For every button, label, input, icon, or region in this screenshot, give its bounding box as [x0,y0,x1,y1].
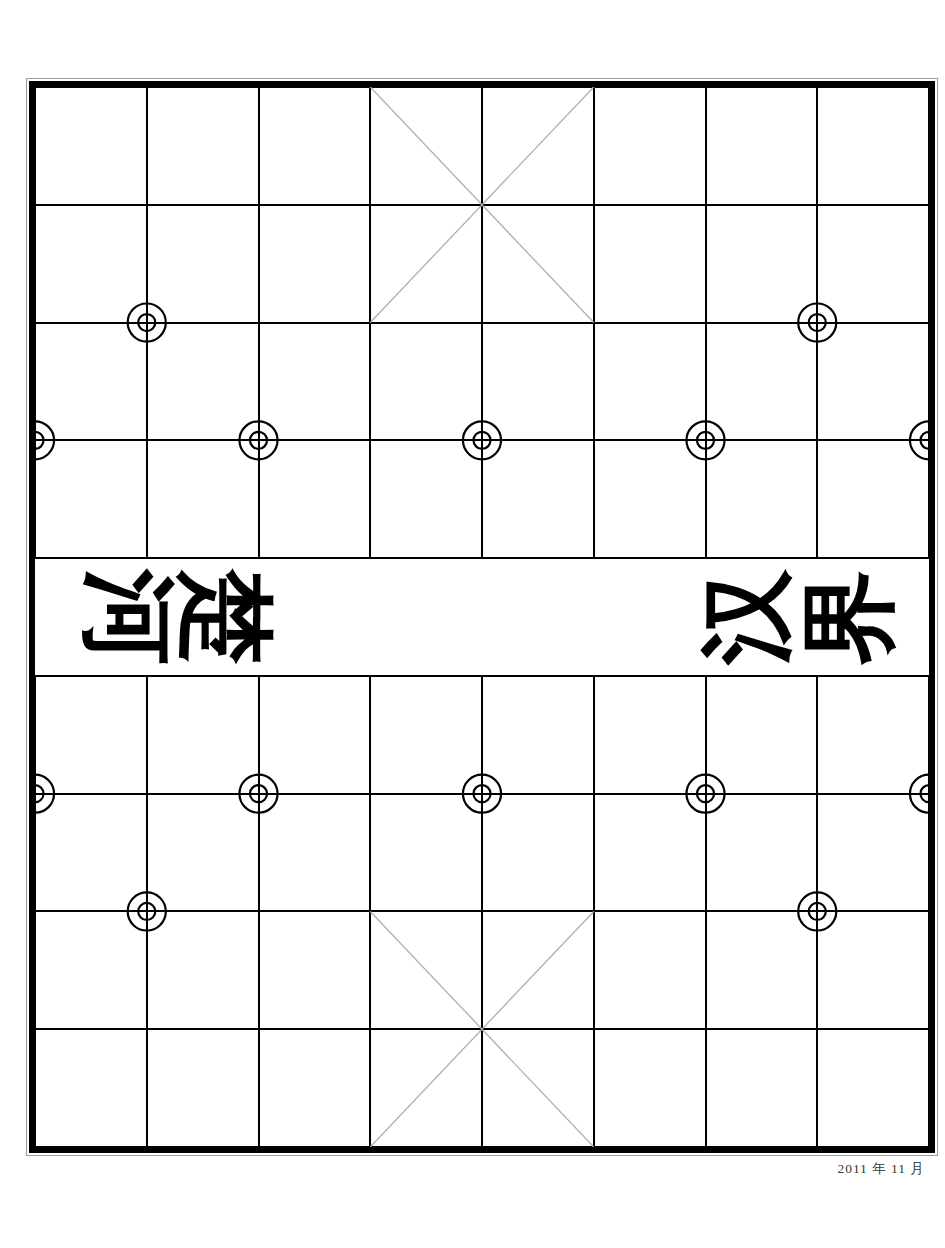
point-f5-r4[interactable] [463,421,501,459]
point-f9-r7[interactable] [910,775,945,813]
point-f7-r1[interactable] [687,68,725,106]
point-f3-r4[interactable] [240,421,278,459]
point-f8-r9[interactable] [798,1010,836,1048]
point-f4-r10[interactable] [351,1128,389,1166]
point-f6-r7[interactable] [575,775,613,813]
point-f5-r6[interactable] [463,657,501,695]
point-f2-r9[interactable] [128,1010,166,1048]
point-f6-r8[interactable] [575,892,613,930]
points-layer [35,87,929,1147]
point-f8-r8[interactable] [798,892,836,930]
point-f1-r1[interactable] [16,68,54,106]
point-f3-r5[interactable] [240,539,278,577]
point-f1-r10[interactable] [16,1128,54,1166]
point-f5-r7[interactable] [463,775,501,813]
point-f6-r6[interactable] [575,657,613,695]
point-f9-r3[interactable] [910,304,945,342]
point-f2-r1[interactable] [128,68,166,106]
point-f1-r7[interactable] [16,775,54,813]
point-f7-r6[interactable] [687,657,725,695]
point-f8-r10[interactable] [798,1128,836,1166]
point-f9-r8[interactable] [910,892,945,930]
point-f6-r1[interactable] [575,68,613,106]
point-f4-r7[interactable] [351,775,389,813]
point-f6-r9[interactable] [575,1010,613,1048]
point-f9-r1[interactable] [910,68,945,106]
point-f3-r9[interactable] [240,1010,278,1048]
point-f4-r6[interactable] [351,657,389,695]
point-f3-r3[interactable] [240,304,278,342]
point-f1-r5[interactable] [16,539,54,577]
point-f5-r3[interactable] [463,304,501,342]
point-f5-r8[interactable] [463,892,501,930]
point-f7-r4[interactable] [687,421,725,459]
point-f1-r4[interactable] [16,421,54,459]
point-f7-r3[interactable] [687,304,725,342]
point-f5-r2[interactable] [463,186,501,224]
point-f8-r2[interactable] [798,186,836,224]
point-f4-r5[interactable] [351,539,389,577]
point-f2-r4[interactable] [128,421,166,459]
point-f4-r8[interactable] [351,892,389,930]
point-f5-r10[interactable] [463,1128,501,1166]
point-f8-r1[interactable] [798,68,836,106]
point-f3-r10[interactable] [240,1128,278,1166]
date-caption: 2011 年 11 月 [837,1160,925,1178]
point-f3-r2[interactable] [240,186,278,224]
point-f4-r2[interactable] [351,186,389,224]
point-f1-r3[interactable] [16,304,54,342]
point-f3-r1[interactable] [240,68,278,106]
point-f6-r2[interactable] [575,186,613,224]
point-f9-r9[interactable] [910,1010,945,1048]
point-f6-r10[interactable] [575,1128,613,1166]
point-f2-r2[interactable] [128,186,166,224]
point-f5-r5[interactable] [463,539,501,577]
point-f5-r9[interactable] [463,1010,501,1048]
point-f6-r3[interactable] [575,304,613,342]
point-f8-r5[interactable] [798,539,836,577]
point-f7-r5[interactable] [687,539,725,577]
point-f9-r2[interactable] [910,186,945,224]
point-f8-r7[interactable] [798,775,836,813]
point-f1-r8[interactable] [16,892,54,930]
point-f2-r7[interactable] [128,775,166,813]
point-f8-r3[interactable] [798,304,836,342]
point-f2-r5[interactable] [128,539,166,577]
point-f7-r2[interactable] [687,186,725,224]
point-f7-r9[interactable] [687,1010,725,1048]
point-f6-r4[interactable] [575,421,613,459]
point-f2-r6[interactable] [128,657,166,695]
point-f4-r1[interactable] [351,68,389,106]
point-f9-r5[interactable] [910,539,945,577]
point-f2-r10[interactable] [128,1128,166,1166]
point-f3-r8[interactable] [240,892,278,930]
point-f1-r6[interactable] [16,657,54,695]
point-f1-r2[interactable] [16,186,54,224]
point-f8-r6[interactable] [798,657,836,695]
point-f4-r4[interactable] [351,421,389,459]
page: { "game": "xiangqi", "position": { "fen"… [0,0,945,1248]
point-f8-r4[interactable] [798,421,836,459]
point-f3-r7[interactable] [240,775,278,813]
point-f7-r8[interactable] [687,892,725,930]
point-f4-r3[interactable] [351,304,389,342]
point-f6-r5[interactable] [575,539,613,577]
xiangqi-board: 河 楚 汉 界 [26,78,938,1156]
point-f2-r3[interactable] [128,304,166,342]
point-f7-r7[interactable] [687,775,725,813]
point-f7-r10[interactable] [687,1128,725,1166]
board-frame: 河 楚 汉 界 [29,81,935,1153]
point-f5-r1[interactable] [463,68,501,106]
point-f4-r9[interactable] [351,1010,389,1048]
point-f3-r6[interactable] [240,657,278,695]
point-f1-r9[interactable] [16,1010,54,1048]
point-f9-r4[interactable] [910,421,945,459]
point-f2-r8[interactable] [128,892,166,930]
point-f9-r6[interactable] [910,657,945,695]
